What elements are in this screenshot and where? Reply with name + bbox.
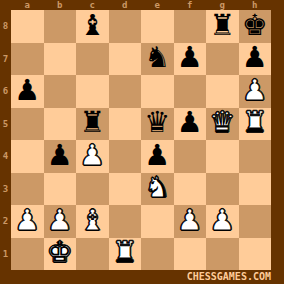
square-b4[interactable]: ♟ — [44, 140, 77, 173]
square-f1[interactable] — [174, 238, 207, 271]
square-a6[interactable]: ♟ — [11, 75, 44, 108]
square-h5[interactable]: ♜ — [239, 108, 272, 141]
square-a5[interactable] — [11, 108, 44, 141]
file-label-a: a — [11, 0, 44, 10]
piece-black-queen: ♛ — [144, 108, 170, 137]
piece-black-pawn: ♟ — [144, 141, 170, 170]
square-d4[interactable] — [109, 140, 142, 173]
square-a8[interactable] — [11, 10, 44, 43]
piece-white-rook: ♜ — [242, 108, 268, 137]
piece-black-bishop: ♝ — [79, 11, 105, 40]
file-label-f: f — [174, 0, 207, 10]
square-e5[interactable]: ♛ — [141, 108, 174, 141]
square-g1[interactable] — [206, 238, 239, 271]
piece-black-knight: ♞ — [144, 43, 170, 72]
board-frame: abcdefgh 87654321 ♝♜♚♞♟♟♟♟♜♛♟♛♜♟♟♟♞♟♟♝♟♟… — [0, 0, 284, 284]
square-c6[interactable] — [76, 75, 109, 108]
square-g7[interactable] — [206, 43, 239, 76]
square-c1[interactable] — [76, 238, 109, 271]
file-label-b: b — [44, 0, 77, 10]
square-b6[interactable] — [44, 75, 77, 108]
square-c5[interactable]: ♜ — [76, 108, 109, 141]
piece-white-king: ♚ — [47, 238, 73, 267]
piece-black-king: ♚ — [242, 11, 268, 40]
square-a4[interactable] — [11, 140, 44, 173]
piece-black-pawn: ♟ — [177, 43, 203, 72]
rank-label-8: 8 — [0, 10, 11, 43]
rank-label-5: 5 — [0, 108, 11, 141]
square-h1[interactable] — [239, 238, 272, 271]
square-a1[interactable] — [11, 238, 44, 271]
file-label-h: h — [239, 0, 272, 10]
square-e4[interactable]: ♟ — [141, 140, 174, 173]
square-a3[interactable] — [11, 173, 44, 206]
square-b3[interactable] — [44, 173, 77, 206]
square-f2[interactable]: ♟ — [174, 205, 207, 238]
piece-white-pawn: ♟ — [79, 141, 105, 170]
piece-white-queen: ♛ — [209, 108, 235, 137]
rank-label-1: 1 — [0, 238, 11, 271]
square-d1[interactable]: ♜ — [109, 238, 142, 271]
square-h6[interactable]: ♟ — [239, 75, 272, 108]
piece-black-pawn: ♟ — [47, 141, 73, 170]
square-g5[interactable]: ♛ — [206, 108, 239, 141]
piece-black-pawn: ♟ — [14, 76, 40, 105]
square-f3[interactable] — [174, 173, 207, 206]
square-h7[interactable]: ♟ — [239, 43, 272, 76]
square-b2[interactable]: ♟ — [44, 205, 77, 238]
piece-black-rook: ♜ — [79, 108, 105, 137]
square-c3[interactable] — [76, 173, 109, 206]
piece-white-pawn: ♟ — [242, 76, 268, 105]
square-f7[interactable]: ♟ — [174, 43, 207, 76]
square-e7[interactable]: ♞ — [141, 43, 174, 76]
square-h2[interactable] — [239, 205, 272, 238]
square-d2[interactable] — [109, 205, 142, 238]
square-e8[interactable] — [141, 10, 174, 43]
file-label-c: c — [76, 0, 109, 10]
square-h8[interactable]: ♚ — [239, 10, 272, 43]
square-b8[interactable] — [44, 10, 77, 43]
piece-white-knight: ♞ — [144, 173, 170, 202]
file-labels: abcdefgh — [11, 0, 271, 10]
rank-label-3: 3 — [0, 173, 11, 206]
square-f5[interactable]: ♟ — [174, 108, 207, 141]
file-label-e: e — [141, 0, 174, 10]
file-label-d: d — [109, 0, 142, 10]
file-label-g: g — [206, 0, 239, 10]
square-g4[interactable] — [206, 140, 239, 173]
square-a2[interactable]: ♟ — [11, 205, 44, 238]
piece-white-bishop: ♝ — [79, 206, 105, 235]
piece-black-rook: ♜ — [209, 11, 235, 40]
square-g2[interactable]: ♟ — [206, 205, 239, 238]
piece-white-pawn: ♟ — [177, 206, 203, 235]
square-d5[interactable] — [109, 108, 142, 141]
square-d3[interactable] — [109, 173, 142, 206]
square-f8[interactable] — [174, 10, 207, 43]
square-e2[interactable] — [141, 205, 174, 238]
square-c7[interactable] — [76, 43, 109, 76]
square-e1[interactable] — [141, 238, 174, 271]
square-g3[interactable] — [206, 173, 239, 206]
piece-white-pawn: ♟ — [47, 206, 73, 235]
watermark: CHESSGAMES.COM — [187, 271, 271, 283]
square-b1[interactable]: ♚ — [44, 238, 77, 271]
square-g8[interactable]: ♜ — [206, 10, 239, 43]
square-a7[interactable] — [11, 43, 44, 76]
square-e3[interactable]: ♞ — [141, 173, 174, 206]
square-c4[interactable]: ♟ — [76, 140, 109, 173]
rank-labels: 87654321 — [0, 10, 11, 270]
square-d6[interactable] — [109, 75, 142, 108]
rank-label-4: 4 — [0, 140, 11, 173]
piece-white-pawn: ♟ — [14, 206, 40, 235]
chessboard: ♝♜♚♞♟♟♟♟♜♛♟♛♜♟♟♟♞♟♟♝♟♟♚♜ — [11, 10, 271, 270]
piece-black-pawn: ♟ — [242, 43, 268, 72]
square-g6[interactable] — [206, 75, 239, 108]
square-f6[interactable] — [174, 75, 207, 108]
square-c2[interactable]: ♝ — [76, 205, 109, 238]
piece-black-pawn: ♟ — [177, 108, 203, 137]
square-h4[interactable] — [239, 140, 272, 173]
square-e6[interactable] — [141, 75, 174, 108]
square-f4[interactable] — [174, 140, 207, 173]
rank-label-6: 6 — [0, 75, 11, 108]
piece-white-rook: ♜ — [112, 238, 138, 267]
square-d8[interactable] — [109, 10, 142, 43]
square-h3[interactable] — [239, 173, 272, 206]
square-d7[interactable] — [109, 43, 142, 76]
square-c8[interactable]: ♝ — [76, 10, 109, 43]
piece-white-pawn: ♟ — [209, 206, 235, 235]
rank-label-7: 7 — [0, 43, 11, 76]
rank-label-2: 2 — [0, 205, 11, 238]
square-b7[interactable] — [44, 43, 77, 76]
square-b5[interactable] — [44, 108, 77, 141]
